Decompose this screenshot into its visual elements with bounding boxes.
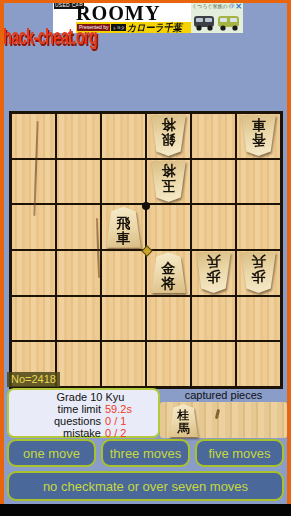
piece-kanji: 桂馬 [168, 404, 199, 437]
board-cell-r4c4[interactable]: 金将 [146, 250, 191, 296]
piece-shape: 銀将 [150, 115, 187, 156]
piece-shape: 玉将 [150, 161, 187, 202]
ad-close-icon[interactable]: ✕ [235, 2, 242, 11]
board-cell-r4c3[interactable] [101, 250, 146, 296]
no-checkmate-button[interactable]: no checkmate or over seven moves [7, 471, 284, 501]
piece-kanji: 金将 [150, 252, 187, 293]
mistake-row: mistake 0 / 2 [9, 427, 158, 439]
board-cell-r2c6[interactable] [236, 159, 281, 205]
board-cell-r5c2[interactable] [56, 296, 101, 342]
shogi-piece-sente-桂馬[interactable]: 桂馬 [168, 404, 199, 437]
mistake-value: 0 / 2 [105, 427, 158, 439]
ad-cars-image [193, 12, 241, 32]
board-cell-r2c3[interactable] [101, 159, 146, 205]
board-cell-r5c3[interactable] [101, 296, 146, 342]
board-cell-r2c2[interactable] [56, 159, 101, 205]
five-moves-button[interactable]: five moves [195, 439, 284, 467]
piece-shape: 金将 [150, 252, 187, 293]
piece-shape: 桂馬 [168, 404, 199, 437]
questions-value: 0 / 1 [105, 415, 158, 427]
bottom-black-bar [0, 504, 291, 516]
board-cell-r5c4[interactable] [146, 296, 191, 342]
board-cell-r5c5[interactable] [191, 296, 236, 342]
board-cell-r4c5[interactable]: 歩兵 [191, 250, 236, 296]
questions-row: questions 0 / 1 [9, 415, 158, 427]
board-cell-r5c6[interactable] [236, 296, 281, 342]
problem-number: No=2418 [7, 372, 60, 387]
piece-shape: 飛車 [105, 207, 142, 248]
board-cell-r1c2[interactable] [56, 113, 101, 159]
shogi-board: 銀将香車玉将飛車金将歩兵歩兵 [9, 111, 283, 389]
captured-pieces-label: captured pieces [160, 389, 287, 401]
shogi-piece-gote-歩兵[interactable]: 歩兵 [195, 252, 232, 293]
board-cell-r3c5[interactable] [191, 204, 236, 250]
shogi-piece-gote-香車[interactable]: 香車 [240, 115, 277, 156]
board-cell-r3c4[interactable] [146, 204, 191, 250]
board-cell-r1c4[interactable]: 銀将 [146, 113, 191, 159]
board-cell-r6c2[interactable] [56, 341, 101, 387]
board-cell-r2c1[interactable] [11, 159, 56, 205]
shogi-piece-gote-銀将[interactable]: 銀将 [150, 115, 187, 156]
board-cell-r4c2[interactable] [56, 250, 101, 296]
board-cell-r3c1[interactable] [11, 204, 56, 250]
grade-label: Grade 10 Kyu [9, 391, 158, 403]
wood-grain-mark [215, 409, 220, 419]
piece-kanji: 歩兵 [195, 252, 232, 293]
three-moves-button[interactable]: three moves [101, 439, 190, 467]
ad-photo-area: くつろぐ家族のくつろぎスペ ① ✕ [191, 2, 243, 33]
board-cell-r1c3[interactable] [101, 113, 146, 159]
captured-pieces-tray: 桂馬 [160, 402, 287, 438]
info-panel: Grade 10 Kyu time limit 59.2s questions … [7, 388, 160, 438]
board-cell-r6c3[interactable] [101, 341, 146, 387]
board-cell-r1c5[interactable] [191, 113, 236, 159]
board-cell-r5c1[interactable] [11, 296, 56, 342]
time-limit-row: time limit 59.2s [9, 403, 158, 415]
frame-left [0, 0, 4, 506]
ad-info-icon: ① [230, 2, 235, 9]
board-cell-r4c1[interactable] [11, 250, 56, 296]
piece-shape: 香車 [240, 115, 277, 156]
app-screen: USED CAR ROOMY Presented by トヨタ カローラ千葉 く… [0, 0, 291, 516]
board-cell-r4c6[interactable]: 歩兵 [236, 250, 281, 296]
board-cell-r2c4[interactable]: 玉将 [146, 159, 191, 205]
piece-kanji: 香車 [240, 115, 277, 156]
ad-toyota-logo: トヨタ [111, 24, 125, 31]
shogi-piece-gote-玉将[interactable]: 玉将 [150, 161, 187, 202]
piece-kanji: 銀将 [150, 115, 187, 156]
shogi-piece-sente-金将[interactable]: 金将 [150, 252, 187, 293]
frame-top [0, 0, 291, 3]
board-cell-r1c6[interactable]: 香車 [236, 113, 281, 159]
piece-kanji: 歩兵 [240, 252, 277, 293]
time-limit-label: time limit [9, 403, 101, 415]
one-move-button[interactable]: one move [7, 439, 96, 467]
ad-tagline: くつろぐ家族のくつろぎスペ [192, 3, 234, 9]
board-cell-r3c3[interactable]: 飛車 [101, 204, 146, 250]
board-cell-r3c2[interactable] [56, 204, 101, 250]
shogi-piece-gote-歩兵[interactable]: 歩兵 [240, 252, 277, 293]
board-cell-r6c5[interactable] [191, 341, 236, 387]
board-cell-r1c1[interactable] [11, 113, 56, 159]
time-limit-value: 59.2s [105, 403, 158, 415]
board-cell-r3c6[interactable] [236, 204, 281, 250]
board-star-dot [142, 202, 150, 210]
mistake-label: mistake [9, 427, 101, 439]
piece-kanji: 飛車 [105, 207, 142, 248]
board-cell-r2c5[interactable] [191, 159, 236, 205]
piece-shape: 歩兵 [240, 252, 277, 293]
frame-right [287, 0, 291, 506]
ad-brand-name: カローラ千葉 [127, 21, 182, 34]
board-cell-r6c4[interactable] [146, 341, 191, 387]
questions-label: questions [9, 415, 101, 427]
shogi-piece-sente-飛車[interactable]: 飛車 [105, 207, 142, 248]
piece-kanji: 玉将 [150, 161, 187, 202]
hack-cheat-watermark: hack-cheat.org [3, 24, 97, 50]
piece-shape: 歩兵 [195, 252, 232, 293]
board-cell-r6c6[interactable] [236, 341, 281, 387]
